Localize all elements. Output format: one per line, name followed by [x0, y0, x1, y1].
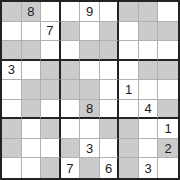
cell-r6c9[interactable] — [158, 100, 178, 120]
cell-r5c6[interactable] — [100, 80, 120, 100]
cell-r5c8[interactable] — [139, 80, 159, 100]
cell-r8c1[interactable] — [2, 139, 22, 159]
cell-r8c4[interactable] — [61, 139, 81, 159]
cell-r4c9[interactable] — [158, 61, 178, 81]
cell-r9c8[interactable]: 3 — [139, 158, 159, 178]
cell-r6c1[interactable] — [2, 100, 22, 120]
cell-r4c1[interactable]: 3 — [2, 61, 22, 81]
cell-r1c3[interactable] — [41, 2, 61, 22]
cell-r1c4[interactable] — [61, 2, 81, 22]
cell-r4c7[interactable] — [119, 61, 139, 81]
cell-r3c9[interactable] — [158, 41, 178, 61]
cell-r3c5[interactable] — [80, 41, 100, 61]
cell-r1c1[interactable] — [2, 2, 22, 22]
cell-r5c9[interactable] — [158, 80, 178, 100]
cell-r2c8[interactable] — [139, 22, 159, 42]
cell-r9c9[interactable] — [158, 158, 178, 178]
cell-r1c7[interactable] — [119, 2, 139, 22]
cell-r7c9[interactable]: 1 — [158, 119, 178, 139]
cell-r3c1[interactable] — [2, 41, 22, 61]
cell-r3c7[interactable] — [119, 41, 139, 61]
cell-r7c3[interactable] — [41, 119, 61, 139]
cell-r6c3[interactable] — [41, 100, 61, 120]
cell-r6c7[interactable] — [119, 100, 139, 120]
cell-r8c6[interactable] — [100, 139, 120, 159]
cell-r7c4[interactable] — [61, 119, 81, 139]
cell-r8c2[interactable] — [22, 139, 42, 159]
cell-r3c8[interactable] — [139, 41, 159, 61]
cell-r4c4[interactable] — [61, 61, 81, 81]
cell-r9c2[interactable] — [22, 158, 42, 178]
cell-r5c4[interactable] — [61, 80, 81, 100]
cell-r8c7[interactable] — [119, 139, 139, 159]
cell-r1c2[interactable]: 8 — [22, 2, 42, 22]
cell-r7c6[interactable] — [100, 119, 120, 139]
cell-r9c6[interactable]: 6 — [100, 158, 120, 178]
cell-r8c3[interactable] — [41, 139, 61, 159]
cell-r1c9[interactable] — [158, 2, 178, 22]
cell-r2c9[interactable] — [158, 22, 178, 42]
cell-r7c7[interactable] — [119, 119, 139, 139]
cell-r9c4[interactable]: 7 — [61, 158, 81, 178]
cell-r6c4[interactable] — [61, 100, 81, 120]
cell-r2c5[interactable] — [80, 22, 100, 42]
cell-r2c4[interactable] — [61, 22, 81, 42]
cell-r2c2[interactable] — [22, 22, 42, 42]
cell-r9c1[interactable] — [2, 158, 22, 178]
cell-r2c6[interactable] — [100, 22, 120, 42]
cell-r5c7[interactable]: 1 — [119, 80, 139, 100]
cell-r6c6[interactable] — [100, 100, 120, 120]
cell-r4c2[interactable] — [22, 61, 42, 81]
cell-r7c5[interactable] — [80, 119, 100, 139]
cell-r5c2[interactable] — [22, 80, 42, 100]
cell-r6c2[interactable] — [22, 100, 42, 120]
sudoku-app: 8973184132763 — [0, 0, 180, 180]
cell-r8c5[interactable]: 3 — [80, 139, 100, 159]
cell-r3c2[interactable] — [22, 41, 42, 61]
cell-r6c5[interactable]: 8 — [80, 100, 100, 120]
cell-r8c9[interactable]: 2 — [158, 139, 178, 159]
cell-r1c8[interactable] — [139, 2, 159, 22]
cell-r5c3[interactable] — [41, 80, 61, 100]
cell-r2c1[interactable] — [2, 22, 22, 42]
cell-r4c5[interactable] — [80, 61, 100, 81]
cell-r1c6[interactable] — [100, 2, 120, 22]
cell-r1c5[interactable]: 9 — [80, 2, 100, 22]
cell-r7c8[interactable] — [139, 119, 159, 139]
cell-r2c3[interactable]: 7 — [41, 22, 61, 42]
cell-r5c5[interactable] — [80, 80, 100, 100]
cell-r9c5[interactable] — [80, 158, 100, 178]
cell-r5c1[interactable] — [2, 80, 22, 100]
cell-r9c7[interactable] — [119, 158, 139, 178]
cell-r2c7[interactable] — [119, 22, 139, 42]
cell-r4c3[interactable] — [41, 61, 61, 81]
cell-r3c3[interactable] — [41, 41, 61, 61]
cell-r3c6[interactable] — [100, 41, 120, 61]
cell-r7c2[interactable] — [22, 119, 42, 139]
cell-r9c3[interactable] — [41, 158, 61, 178]
sudoku-board: 8973184132763 — [0, 0, 180, 180]
cell-r3c4[interactable] — [61, 41, 81, 61]
cell-r8c8[interactable] — [139, 139, 159, 159]
cell-r4c8[interactable] — [139, 61, 159, 81]
cell-r4c6[interactable] — [100, 61, 120, 81]
cell-r7c1[interactable] — [2, 119, 22, 139]
cell-r6c8[interactable]: 4 — [139, 100, 159, 120]
